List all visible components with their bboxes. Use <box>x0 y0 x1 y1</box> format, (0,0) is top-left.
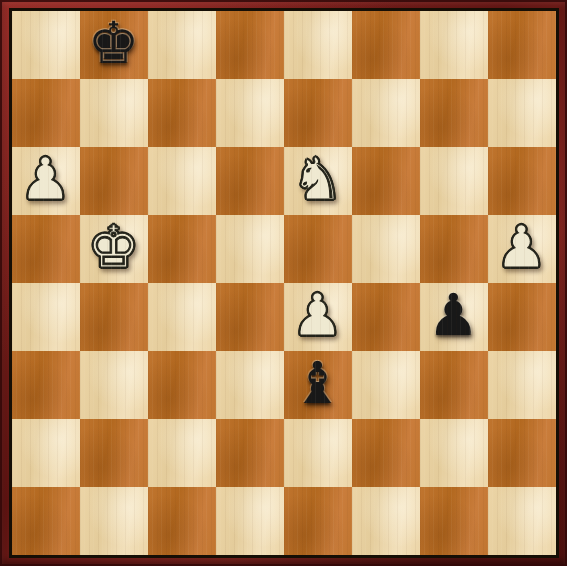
square-e1[interactable] <box>284 487 352 555</box>
square-d7[interactable] <box>216 79 284 147</box>
square-e5[interactable] <box>284 215 352 283</box>
square-f7[interactable] <box>352 79 420 147</box>
square-f4[interactable] <box>352 283 420 351</box>
square-c5[interactable] <box>148 215 216 283</box>
square-c8[interactable] <box>148 11 216 79</box>
white-pawn[interactable]: ♟ <box>20 145 72 213</box>
square-b2[interactable] <box>80 419 148 487</box>
square-e4[interactable]: ♟ <box>284 283 352 351</box>
square-c7[interactable] <box>148 79 216 147</box>
square-g1[interactable] <box>420 487 488 555</box>
square-a6[interactable]: ♟ <box>12 147 80 215</box>
square-c2[interactable] <box>148 419 216 487</box>
square-a3[interactable] <box>12 351 80 419</box>
square-f5[interactable] <box>352 215 420 283</box>
white-king[interactable]: ♚ <box>88 213 140 281</box>
square-h8[interactable] <box>488 11 556 79</box>
square-g5[interactable] <box>420 215 488 283</box>
square-c1[interactable] <box>148 487 216 555</box>
square-b7[interactable] <box>80 79 148 147</box>
square-a4[interactable] <box>12 283 80 351</box>
square-g7[interactable] <box>420 79 488 147</box>
square-c4[interactable] <box>148 283 216 351</box>
board-frame: ♚♟♞♚♟♟♟♝ <box>0 0 567 566</box>
square-c6[interactable] <box>148 147 216 215</box>
square-e3[interactable]: ♝ <box>284 351 352 419</box>
square-d3[interactable] <box>216 351 284 419</box>
square-e2[interactable] <box>284 419 352 487</box>
square-a5[interactable] <box>12 215 80 283</box>
square-b4[interactable] <box>80 283 148 351</box>
square-h4[interactable] <box>488 283 556 351</box>
square-a8[interactable] <box>12 11 80 79</box>
black-bishop[interactable]: ♝ <box>292 349 344 417</box>
square-g4[interactable]: ♟ <box>420 283 488 351</box>
square-d4[interactable] <box>216 283 284 351</box>
square-b5[interactable]: ♚ <box>80 215 148 283</box>
square-g6[interactable] <box>420 147 488 215</box>
square-f2[interactable] <box>352 419 420 487</box>
white-pawn[interactable]: ♟ <box>496 213 548 281</box>
square-f8[interactable] <box>352 11 420 79</box>
square-g2[interactable] <box>420 419 488 487</box>
square-h3[interactable] <box>488 351 556 419</box>
square-f6[interactable] <box>352 147 420 215</box>
square-d1[interactable] <box>216 487 284 555</box>
square-e8[interactable] <box>284 11 352 79</box>
square-g8[interactable] <box>420 11 488 79</box>
black-pawn[interactable]: ♟ <box>428 281 480 349</box>
square-f1[interactable] <box>352 487 420 555</box>
square-a7[interactable] <box>12 79 80 147</box>
square-b3[interactable] <box>80 351 148 419</box>
square-h6[interactable] <box>488 147 556 215</box>
square-b6[interactable] <box>80 147 148 215</box>
square-d5[interactable] <box>216 215 284 283</box>
square-f3[interactable] <box>352 351 420 419</box>
square-a2[interactable] <box>12 419 80 487</box>
square-b1[interactable] <box>80 487 148 555</box>
square-h1[interactable] <box>488 487 556 555</box>
square-e6[interactable]: ♞ <box>284 147 352 215</box>
chess-board: ♚♟♞♚♟♟♟♝ <box>9 8 559 558</box>
black-king[interactable]: ♚ <box>88 9 140 77</box>
square-c3[interactable] <box>148 351 216 419</box>
square-h7[interactable] <box>488 79 556 147</box>
square-d2[interactable] <box>216 419 284 487</box>
white-pawn[interactable]: ♟ <box>292 281 344 349</box>
square-e7[interactable] <box>284 79 352 147</box>
square-a1[interactable] <box>12 487 80 555</box>
square-b8[interactable]: ♚ <box>80 11 148 79</box>
square-d8[interactable] <box>216 11 284 79</box>
square-d6[interactable] <box>216 147 284 215</box>
square-h5[interactable]: ♟ <box>488 215 556 283</box>
square-g3[interactable] <box>420 351 488 419</box>
white-knight[interactable]: ♞ <box>292 145 344 213</box>
square-h2[interactable] <box>488 419 556 487</box>
